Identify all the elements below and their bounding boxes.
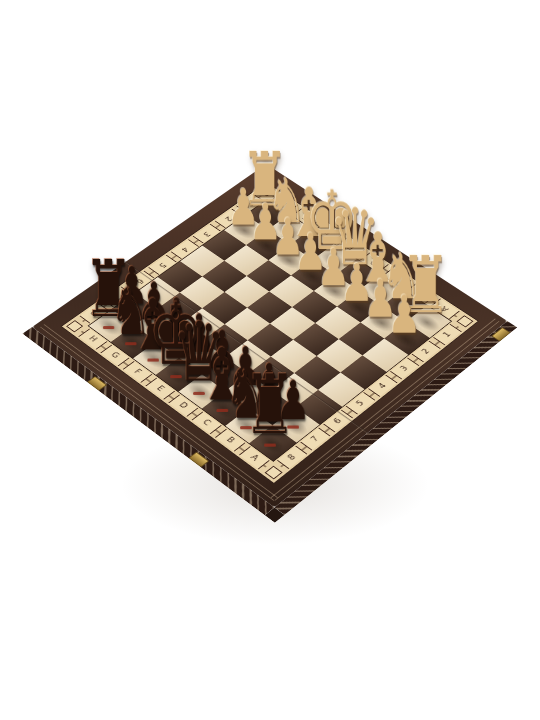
- brass-clasp: [491, 327, 510, 341]
- rank-label: 3: [399, 365, 410, 373]
- white-pawn-glyph: ♟: [332, 288, 477, 340]
- rank-label: 4: [377, 382, 388, 390]
- product-photo: HGFEDCBA HGFEDCBA 12345678 12345678 ♜♞♝♛…: [0, 0, 540, 720]
- corner-box: [265, 466, 283, 480]
- rank-label: 4: [180, 246, 190, 253]
- rank-label: 2: [421, 348, 432, 356]
- rank-label: 8: [287, 453, 298, 461]
- file-label: A: [249, 453, 260, 462]
- black-rook-glyph: ♜: [194, 364, 345, 446]
- brass-hinge: [87, 376, 107, 391]
